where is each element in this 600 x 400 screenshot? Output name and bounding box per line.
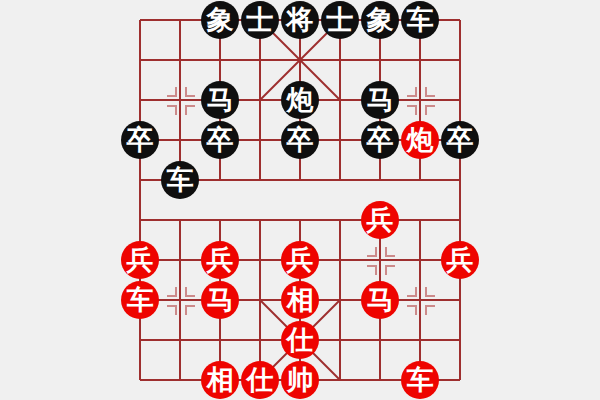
piece-red-general[interactable]: 帅 [281,361,319,399]
piece-black-horse[interactable]: 马 [361,81,399,119]
piece-red-soldier[interactable]: 兵 [361,201,399,239]
piece-black-chariot[interactable]: 车 [401,1,439,39]
piece-red-chariot[interactable]: 车 [401,361,439,399]
piece-black-advisor[interactable]: 士 [321,1,359,39]
piece-black-advisor[interactable]: 士 [241,1,279,39]
piece-black-soldier[interactable]: 卒 [441,121,479,159]
piece-red-soldier[interactable]: 兵 [121,241,159,279]
piece-red-horse[interactable]: 马 [201,281,239,319]
piece-black-horse[interactable]: 马 [201,81,239,119]
piece-red-elephant[interactable]: 相 [281,281,319,319]
piece-red-horse[interactable]: 马 [361,281,399,319]
xiangqi-app: 象士将士象车马炮马卒卒卒卒炮卒车兵兵兵兵兵车马相马仕相仕帅车 [0,0,600,400]
piece-red-cannon[interactable]: 炮 [401,121,439,159]
piece-black-soldier[interactable]: 卒 [281,121,319,159]
piece-black-soldier[interactable]: 卒 [201,121,239,159]
piece-black-general[interactable]: 将 [281,1,319,39]
piece-black-cannon[interactable]: 炮 [281,81,319,119]
piece-black-soldier[interactable]: 卒 [361,121,399,159]
xiangqi-board[interactable]: 象士将士象车马炮马卒卒卒卒炮卒车兵兵兵兵兵车马相马仕相仕帅车 [0,0,600,400]
piece-red-soldier[interactable]: 兵 [281,241,319,279]
piece-black-elephant[interactable]: 象 [361,1,399,39]
piece-red-chariot[interactable]: 车 [121,281,159,319]
piece-red-advisor[interactable]: 仕 [281,321,319,359]
piece-red-advisor[interactable]: 仕 [241,361,279,399]
piece-red-soldier[interactable]: 兵 [441,241,479,279]
piece-black-elephant[interactable]: 象 [201,1,239,39]
piece-red-elephant[interactable]: 相 [201,361,239,399]
piece-black-soldier[interactable]: 卒 [121,121,159,159]
piece-red-soldier[interactable]: 兵 [201,241,239,279]
piece-black-chariot[interactable]: 车 [161,161,199,199]
